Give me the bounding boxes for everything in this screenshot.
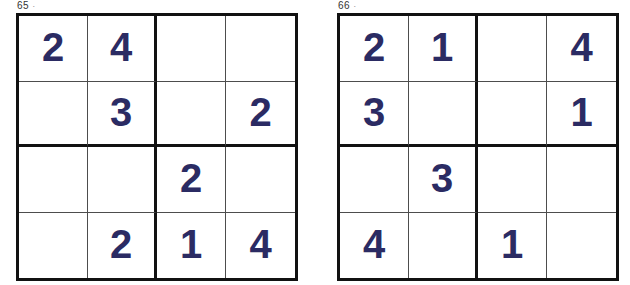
puzzle-2-cell-r1c2[interactable]: 1 (409, 16, 478, 82)
given-digit: 1 (431, 27, 453, 69)
sudoku-grid-1: 24322214 (16, 13, 298, 281)
puzzle-1-cell-r2c4[interactable]: 2 (226, 82, 295, 148)
puzzle-2-cell-r3c2[interactable]: 3 (409, 147, 478, 213)
page: 65· 24322214 66· 21431341 (0, 0, 630, 285)
given-digit: 4 (363, 224, 385, 266)
puzzle-2-cell-r3c4[interactable] (547, 147, 616, 213)
given-digit: 4 (249, 224, 271, 266)
puzzle-1-cell-r1c2[interactable]: 4 (88, 16, 157, 82)
puzzle-1-cell-r4c4[interactable]: 4 (226, 213, 295, 279)
puzzle-1-cell-r2c1[interactable] (19, 82, 88, 148)
puzzle-2-cell-r4c2[interactable] (409, 213, 478, 279)
given-digit: 1 (180, 224, 202, 266)
puzzle-1-cell-r3c4[interactable] (226, 147, 295, 213)
puzzle-1-cell-r1c1[interactable]: 2 (19, 16, 88, 82)
puzzle-1-label-dot: · (32, 1, 36, 11)
puzzle-2-cell-r2c3[interactable] (478, 82, 547, 148)
sudoku-grid-2: 21431341 (337, 13, 619, 281)
puzzle-1-cell-r2c2[interactable]: 3 (88, 82, 157, 148)
given-digit: 1 (501, 224, 523, 266)
puzzle-1-cell-r2c3[interactable] (157, 82, 226, 148)
given-digit: 2 (363, 27, 385, 69)
given-digit: 2 (110, 224, 132, 266)
puzzle-2-cell-r3c1[interactable] (340, 147, 409, 213)
given-digit: 2 (180, 158, 202, 200)
puzzle-1: 65· 24322214 (16, 0, 298, 281)
puzzle-2-cell-r3c3[interactable] (478, 147, 547, 213)
puzzle-2-label-dot: · (353, 1, 357, 11)
puzzle-1-number: 65 (17, 0, 29, 11)
puzzle-1-cell-r3c2[interactable] (88, 147, 157, 213)
given-digit: 4 (110, 27, 132, 69)
puzzle-2-cell-r2c2[interactable] (409, 82, 478, 148)
given-digit: 3 (110, 92, 132, 134)
puzzle-1-cell-r3c1[interactable] (19, 147, 88, 213)
puzzle-2-cell-r4c1[interactable]: 4 (340, 213, 409, 279)
puzzle-1-cell-r3c3[interactable]: 2 (157, 147, 226, 213)
puzzle-2-cell-r2c1[interactable]: 3 (340, 82, 409, 148)
puzzle-2: 66· 21431341 (337, 0, 619, 281)
given-digit: 1 (570, 92, 592, 134)
puzzle-2-cell-r1c1[interactable]: 2 (340, 16, 409, 82)
puzzle-2-cell-r4c4[interactable] (547, 213, 616, 279)
given-digit: 2 (42, 27, 64, 69)
puzzle-1-cell-r1c4[interactable] (226, 16, 295, 82)
puzzle-1-cell-r4c3[interactable]: 1 (157, 213, 226, 279)
puzzle-2-number: 66 (338, 0, 350, 11)
given-digit: 2 (249, 92, 271, 134)
puzzle-2-cell-r4c3[interactable]: 1 (478, 213, 547, 279)
given-digit: 3 (363, 92, 385, 134)
given-digit: 4 (570, 27, 592, 69)
given-digit: 3 (431, 158, 453, 200)
puzzle-2-cell-r1c4[interactable]: 4 (547, 16, 616, 82)
puzzle-2-cell-r2c4[interactable]: 1 (547, 82, 616, 148)
puzzle-1-cell-r4c1[interactable] (19, 213, 88, 279)
puzzle-2-label: 66· (337, 0, 619, 13)
puzzle-1-label: 65· (16, 0, 298, 13)
puzzle-1-cell-r4c2[interactable]: 2 (88, 213, 157, 279)
puzzle-1-cell-r1c3[interactable] (157, 16, 226, 82)
puzzle-2-cell-r1c3[interactable] (478, 16, 547, 82)
